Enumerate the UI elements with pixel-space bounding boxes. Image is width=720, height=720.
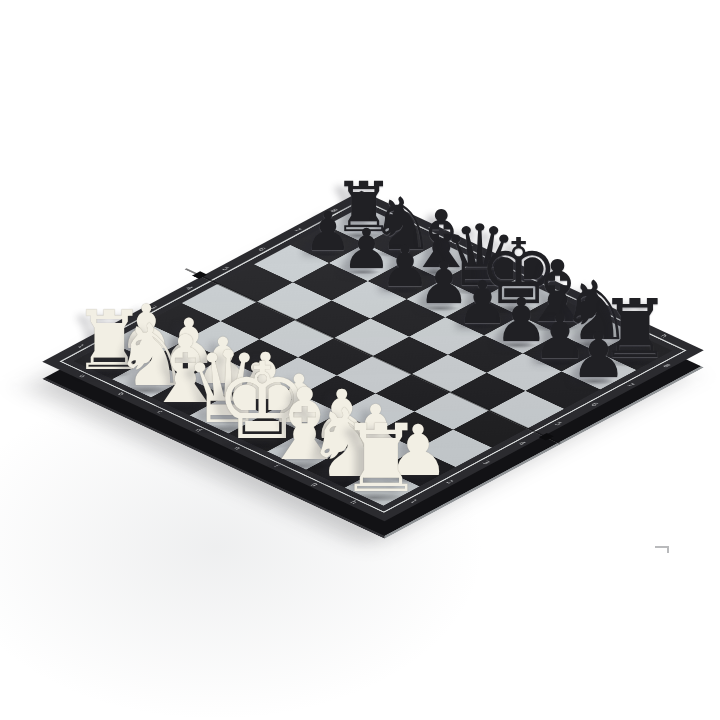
rank-label-h-side-6: 6 [589, 402, 598, 407]
rank-label-a-side-7: 7 [293, 228, 302, 233]
file-label-near-b: b [116, 392, 125, 397]
file-label-far-f: f [582, 298, 590, 302]
rank-label-h-side-5: 5 [553, 422, 562, 427]
file-label-near-c: c [155, 410, 164, 414]
rank-label-a-side-4: 4 [184, 286, 193, 291]
rank-label-a-side-1: 1 [76, 344, 85, 349]
rank-label-a-side-3: 3 [148, 305, 157, 310]
file-label-far-g: g [620, 316, 629, 321]
rank-label-h-side-4: 4 [517, 441, 526, 446]
rank-label-h-side-3: 3 [481, 460, 490, 465]
rank-label-h-side-1: 1 [409, 499, 418, 504]
rank-label-a-side-6: 6 [257, 247, 266, 252]
file-label-far-d: d [504, 262, 513, 267]
file-label-near-f: f [272, 465, 280, 469]
rank-label-a-side-2: 2 [112, 325, 121, 330]
file-label-far-a: a [388, 207, 397, 212]
stray-photo-mark [655, 546, 669, 553]
rank-label-h-side-7: 7 [626, 383, 635, 388]
rank-label-a-side-5: 5 [220, 267, 229, 272]
file-label-near-d: d [194, 428, 203, 433]
file-label-far-h: h [659, 334, 668, 339]
file-label-near-e: e [232, 446, 241, 451]
product-photo-scene: aabbccddeeffgghh8877665544332211 ♜♞♝♛♚♝♞… [0, 0, 720, 720]
rank-label-h-side-8: 8 [662, 364, 671, 369]
rank-label-a-side-8: 8 [329, 208, 338, 213]
file-label-far-e: e [543, 280, 552, 285]
file-label-near-h: h [349, 500, 358, 505]
file-label-far-b: b [426, 225, 435, 230]
file-label-near-a: a [77, 374, 86, 379]
rank-label-h-side-2: 2 [445, 480, 454, 485]
file-label-far-c: c [465, 244, 474, 248]
file-label-near-g: g [310, 482, 319, 487]
